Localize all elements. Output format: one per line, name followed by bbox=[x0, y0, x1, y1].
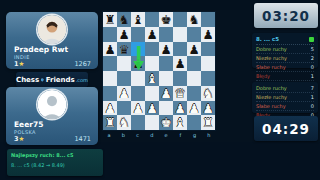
piece-p-a6[interactable]: ♟ bbox=[104, 43, 115, 56]
piece-p-d7[interactable]: ♟ bbox=[146, 28, 157, 41]
square-c1[interactable] bbox=[131, 115, 145, 130]
square-c8[interactable]: ♝ bbox=[131, 12, 145, 27]
square-c4[interactable] bbox=[131, 71, 145, 86]
move-feedback-box: Najlepszy ruch: 8... c5 8. ... c5 (8.42 … bbox=[7, 149, 103, 176]
square-g2[interactable]: ♟ bbox=[187, 101, 201, 116]
clock-bottom: 04:29 bbox=[254, 116, 318, 141]
piece-K-e1[interactable]: ♚ bbox=[160, 117, 171, 130]
star-icon: ★ bbox=[19, 60, 25, 68]
piece-p-h7[interactable]: ♟ bbox=[202, 28, 213, 41]
square-b4[interactable] bbox=[117, 71, 131, 86]
square-f5[interactable]: ♟ bbox=[173, 56, 187, 71]
square-h8[interactable] bbox=[201, 12, 215, 27]
square-c5[interactable]: ♟ bbox=[131, 56, 145, 71]
player-name-top[interactable]: Pradeep Rwt bbox=[14, 45, 92, 54]
square-f1[interactable]: ♝ bbox=[173, 115, 187, 130]
square-e8[interactable]: ♚ bbox=[159, 12, 173, 27]
piece-P-h2[interactable]: ♟ bbox=[202, 102, 213, 115]
square-a1[interactable]: ♜ bbox=[103, 115, 117, 130]
square-b6[interactable]: ♛ bbox=[117, 42, 131, 57]
piece-n-b8[interactable]: ♞ bbox=[118, 14, 129, 27]
piece-p-c5[interactable]: ♟ bbox=[132, 58, 143, 71]
piece-p-b7[interactable]: ♟ bbox=[118, 28, 129, 41]
player-rating-top: 1267 bbox=[74, 60, 91, 68]
piece-P-a2[interactable]: ♟ bbox=[104, 102, 115, 115]
square-e2[interactable] bbox=[159, 101, 173, 116]
avatar-top-photo bbox=[38, 15, 67, 44]
square-f3[interactable]: ♛ bbox=[173, 86, 187, 101]
shield-icon bbox=[41, 75, 43, 85]
piece-n-g8[interactable]: ♞ bbox=[188, 14, 199, 27]
square-h1[interactable]: ♜ bbox=[201, 115, 215, 130]
stats-row-ok: Niezłe ruchy2 bbox=[256, 54, 314, 63]
file-label-c: c bbox=[131, 132, 145, 138]
piece-B-d4[interactable]: ♝ bbox=[146, 73, 157, 86]
piece-p-g6[interactable]: ♟ bbox=[188, 43, 199, 56]
square-b5[interactable] bbox=[117, 56, 131, 71]
square-a7[interactable] bbox=[103, 27, 117, 42]
piece-R-h1[interactable]: ♜ bbox=[202, 117, 213, 130]
file-label-a: a bbox=[102, 132, 116, 138]
piece-N-h3[interactable]: ♞ bbox=[202, 87, 213, 100]
piece-P-b3[interactable]: ♟ bbox=[118, 87, 129, 100]
stats-box-bottom: Dobre ruchy7 Niezłe ruchy1 Słabe ruchy0 … bbox=[252, 82, 318, 113]
piece-B-f1[interactable]: ♝ bbox=[174, 117, 185, 130]
square-f4[interactable] bbox=[173, 71, 187, 86]
piece-P-f2[interactable]: ♟ bbox=[174, 102, 185, 115]
move-quality-icon bbox=[309, 37, 314, 42]
piece-p-f5[interactable]: ♟ bbox=[174, 58, 185, 71]
square-d8[interactable] bbox=[145, 12, 159, 27]
square-c3[interactable] bbox=[131, 86, 145, 101]
square-a2[interactable]: ♟ bbox=[103, 101, 117, 116]
square-g8[interactable]: ♞ bbox=[187, 12, 201, 27]
square-b8[interactable]: ♞ bbox=[117, 12, 131, 27]
logo-text-com: .com bbox=[76, 77, 88, 83]
square-c7[interactable] bbox=[131, 27, 145, 42]
file-label-g: g bbox=[188, 132, 202, 138]
square-e4[interactable] bbox=[159, 71, 173, 86]
best-move-text: Najlepszy ruch: 8... c5 bbox=[11, 152, 99, 158]
square-g4[interactable] bbox=[187, 71, 201, 86]
square-a5[interactable] bbox=[103, 56, 117, 71]
stats-row-weak: Słabe ruchy0 bbox=[256, 63, 314, 72]
player-rating-bottom: 1471 bbox=[74, 135, 91, 143]
square-e1[interactable]: ♚ bbox=[159, 115, 173, 130]
square-d3[interactable] bbox=[145, 86, 159, 101]
square-g7[interactable] bbox=[187, 27, 201, 42]
piece-P-e3[interactable]: ♟ bbox=[160, 87, 171, 100]
star-icon: ★ bbox=[19, 135, 25, 143]
square-c6[interactable] bbox=[131, 42, 145, 57]
square-d1[interactable] bbox=[145, 115, 159, 130]
player-card-top: Pradeep Rwt INDIE 1★ 1267 bbox=[6, 12, 98, 69]
square-e5[interactable] bbox=[159, 56, 173, 71]
piece-P-d2[interactable]: ♟ bbox=[146, 102, 157, 115]
square-b2[interactable] bbox=[117, 101, 131, 116]
chess-board[interactable]: ♜♞♝♚♞♟♟♟♟♛♟♟♟♟♝♟♟♛♞♟♟♟♟♟♟♜♞♚♝♜ bbox=[103, 12, 215, 130]
square-h6[interactable] bbox=[201, 42, 215, 57]
stats-box-top: 8. ... c5 Dobre ruchy5 Niezłe ruchy2 Sła… bbox=[252, 33, 318, 68]
piece-q-b6[interactable]: ♛ bbox=[118, 43, 129, 56]
square-e7[interactable] bbox=[159, 27, 173, 42]
piece-R-a1[interactable]: ♜ bbox=[104, 117, 115, 130]
stats-row-good: Dobre ruchy5 bbox=[256, 45, 314, 54]
logo-text-chess: Chess bbox=[16, 76, 39, 84]
square-a8[interactable]: ♜ bbox=[103, 12, 117, 27]
avatar-bottom-silhouette bbox=[38, 90, 67, 119]
square-a3[interactable] bbox=[103, 86, 117, 101]
square-g6[interactable]: ♟ bbox=[187, 42, 201, 57]
square-e6[interactable]: ♟ bbox=[159, 42, 173, 57]
square-d6[interactable] bbox=[145, 42, 159, 57]
square-d7[interactable]: ♟ bbox=[145, 27, 159, 42]
piece-N-b1[interactable]: ♞ bbox=[118, 117, 129, 130]
piece-P-c2[interactable]: ♟ bbox=[132, 102, 143, 115]
square-a4[interactable] bbox=[103, 71, 117, 86]
square-b3[interactable]: ♟ bbox=[117, 86, 131, 101]
last-move-text: 8. ... c5 bbox=[256, 36, 279, 42]
played-move-eval-text: 8. ... c5 (8.42 → 8.49) bbox=[11, 162, 99, 168]
player-name-bottom[interactable]: Eeer75 bbox=[14, 120, 92, 129]
square-e3[interactable]: ♟ bbox=[159, 86, 173, 101]
square-a6[interactable]: ♟ bbox=[103, 42, 117, 57]
stats-row-good: Dobre ruchy7 bbox=[256, 84, 314, 93]
square-f8[interactable] bbox=[173, 12, 187, 27]
square-h4[interactable] bbox=[201, 71, 215, 86]
file-label-e: e bbox=[159, 132, 173, 138]
file-label-f: f bbox=[173, 132, 187, 138]
square-g3[interactable] bbox=[187, 86, 201, 101]
file-label-b: b bbox=[116, 132, 130, 138]
stats-row-blunder: Błędy1 bbox=[256, 72, 314, 81]
square-d5[interactable] bbox=[145, 56, 159, 71]
game-screen: Pradeep Rwt INDIE 1★ 1267 Chess Friends … bbox=[0, 0, 320, 180]
square-b1[interactable]: ♞ bbox=[117, 115, 131, 130]
piece-P-g2[interactable]: ♟ bbox=[188, 102, 199, 115]
piece-p-e6[interactable]: ♟ bbox=[160, 43, 171, 56]
square-c2[interactable]: ♟ bbox=[131, 101, 145, 116]
piece-r-a8[interactable]: ♜ bbox=[104, 14, 115, 27]
square-d2[interactable]: ♟ bbox=[145, 101, 159, 116]
board-container: ♜♞♝♚♞♟♟♟♟♛♟♟♟♟♝♟♟♛♞♟♟♟♟♟♟♜♞♚♝♜ bbox=[102, 11, 216, 131]
player-card-bottom: Eeer75 POLSKA 3★ 1471 bbox=[6, 87, 98, 145]
last-move-header: 8. ... c5 bbox=[256, 35, 314, 45]
stats-row-weak: Słabe ruchy0 bbox=[256, 102, 314, 111]
chessfriends-logo[interactable]: Chess Friends .com bbox=[16, 72, 88, 87]
piece-Q-f3[interactable]: ♛ bbox=[174, 87, 185, 100]
square-g5[interactable] bbox=[187, 56, 201, 71]
square-f7[interactable] bbox=[173, 27, 187, 42]
square-f6[interactable] bbox=[173, 42, 187, 57]
square-f2[interactable]: ♟ bbox=[173, 101, 187, 116]
square-h7[interactable]: ♟ bbox=[201, 27, 215, 42]
square-h2[interactable]: ♟ bbox=[201, 101, 215, 116]
square-b7[interactable]: ♟ bbox=[117, 27, 131, 42]
avatar-bottom[interactable] bbox=[38, 90, 67, 119]
stats-row-ok: Niezłe ruchy1 bbox=[256, 93, 314, 102]
piece-b-c8[interactable]: ♝ bbox=[132, 14, 143, 27]
avatar-top[interactable] bbox=[38, 15, 67, 44]
square-h3[interactable]: ♞ bbox=[201, 86, 215, 101]
player-stars-top: 1★ bbox=[14, 60, 24, 68]
player-stars-bottom: 3★ bbox=[14, 135, 24, 143]
square-h5[interactable] bbox=[201, 56, 215, 71]
logo-text-friends: Friends bbox=[46, 76, 75, 84]
file-labels: abcdefgh bbox=[102, 132, 216, 138]
file-label-d: d bbox=[145, 132, 159, 138]
piece-k-e8[interactable]: ♚ bbox=[160, 14, 171, 27]
square-g1[interactable] bbox=[187, 115, 201, 130]
file-label-h: h bbox=[202, 132, 216, 138]
square-d4[interactable]: ♝ bbox=[145, 71, 159, 86]
clock-top: 03:20 bbox=[254, 3, 318, 28]
